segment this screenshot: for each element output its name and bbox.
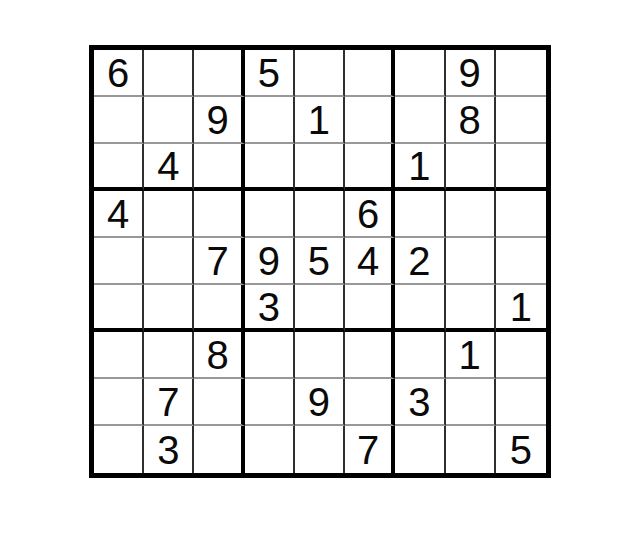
- cell-r5c5[interactable]: 5: [295, 238, 345, 285]
- cell-r2c8[interactable]: 8: [446, 97, 496, 144]
- cell-r2c9[interactable]: [496, 97, 546, 144]
- cell-r4c8[interactable]: [446, 191, 496, 238]
- cell-r4c7[interactable]: [395, 191, 445, 238]
- cell-r5c6[interactable]: 4: [345, 238, 395, 285]
- cell-r8c8[interactable]: [446, 379, 496, 426]
- cell-r7c4[interactable]: [245, 332, 295, 379]
- page: 6599184146795423181793375: [0, 0, 640, 540]
- cell-r3c8[interactable]: [446, 144, 496, 191]
- cell-r8c6[interactable]: [345, 379, 395, 426]
- cell-r1c8[interactable]: 9: [446, 50, 496, 97]
- cell-r1c2[interactable]: [144, 50, 194, 97]
- cell-r7c5[interactable]: [295, 332, 345, 379]
- cell-r5c9[interactable]: [496, 238, 546, 285]
- cell-r1c6[interactable]: [345, 50, 395, 97]
- cell-r6c9[interactable]: 1: [496, 285, 546, 332]
- cell-r2c6[interactable]: [345, 97, 395, 144]
- cell-r6c6[interactable]: [345, 285, 395, 332]
- cell-r5c8[interactable]: [446, 238, 496, 285]
- cell-r8c7[interactable]: 3: [395, 379, 445, 426]
- cell-r5c7[interactable]: 2: [395, 238, 445, 285]
- cell-r8c9[interactable]: [496, 379, 546, 426]
- cell-r2c3[interactable]: 9: [194, 97, 244, 144]
- cell-r8c3[interactable]: [194, 379, 244, 426]
- cell-r5c2[interactable]: [144, 238, 194, 285]
- cell-r4c4[interactable]: [245, 191, 295, 238]
- cell-r3c4[interactable]: [245, 144, 295, 191]
- cell-r8c1[interactable]: [94, 379, 144, 426]
- cell-r8c2[interactable]: 7: [144, 379, 194, 426]
- cell-r7c7[interactable]: [395, 332, 445, 379]
- cell-r4c3[interactable]: [194, 191, 244, 238]
- cell-r2c5[interactable]: 1: [295, 97, 345, 144]
- cell-r8c5[interactable]: 9: [295, 379, 345, 426]
- cell-r2c2[interactable]: [144, 97, 194, 144]
- cell-r7c9[interactable]: [496, 332, 546, 379]
- cell-r6c8[interactable]: [446, 285, 496, 332]
- cell-r9c4[interactable]: [245, 426, 295, 473]
- cell-r5c3[interactable]: 7: [194, 238, 244, 285]
- sudoku-board: 6599184146795423181793375: [89, 45, 551, 478]
- cell-r4c6[interactable]: 6: [345, 191, 395, 238]
- cell-r9c6[interactable]: 7: [345, 426, 395, 473]
- cell-r9c2[interactable]: 3: [144, 426, 194, 473]
- cell-r4c5[interactable]: [295, 191, 345, 238]
- cell-r2c4[interactable]: [245, 97, 295, 144]
- cell-r7c1[interactable]: [94, 332, 144, 379]
- cell-r9c8[interactable]: [446, 426, 496, 473]
- cell-r5c4[interactable]: 9: [245, 238, 295, 285]
- cell-r3c1[interactable]: [94, 144, 144, 191]
- cell-r6c2[interactable]: [144, 285, 194, 332]
- cell-r3c6[interactable]: [345, 144, 395, 191]
- cell-r6c1[interactable]: [94, 285, 144, 332]
- cell-r7c6[interactable]: [345, 332, 395, 379]
- cell-r4c1[interactable]: 4: [94, 191, 144, 238]
- cell-r3c7[interactable]: 1: [395, 144, 445, 191]
- cell-r9c5[interactable]: [295, 426, 345, 473]
- cell-r1c7[interactable]: [395, 50, 445, 97]
- cell-r7c2[interactable]: [144, 332, 194, 379]
- cell-r3c5[interactable]: [295, 144, 345, 191]
- cell-r9c1[interactable]: [94, 426, 144, 473]
- cell-r9c3[interactable]: [194, 426, 244, 473]
- cell-r9c9[interactable]: 5: [496, 426, 546, 473]
- cell-r1c3[interactable]: [194, 50, 244, 97]
- cell-r1c1[interactable]: 6: [94, 50, 144, 97]
- cell-r4c9[interactable]: [496, 191, 546, 238]
- cell-r6c7[interactable]: [395, 285, 445, 332]
- cell-r5c1[interactable]: [94, 238, 144, 285]
- cell-r6c3[interactable]: [194, 285, 244, 332]
- cell-r3c2[interactable]: 4: [144, 144, 194, 191]
- cell-r6c4[interactable]: 3: [245, 285, 295, 332]
- cell-r1c4[interactable]: 5: [245, 50, 295, 97]
- cell-r1c9[interactable]: [496, 50, 546, 97]
- cell-r8c4[interactable]: [245, 379, 295, 426]
- cell-r7c8[interactable]: 1: [446, 332, 496, 379]
- cell-r3c3[interactable]: [194, 144, 244, 191]
- cell-r4c2[interactable]: [144, 191, 194, 238]
- cell-r3c9[interactable]: [496, 144, 546, 191]
- cell-r6c5[interactable]: [295, 285, 345, 332]
- cell-r9c7[interactable]: [395, 426, 445, 473]
- cell-r2c1[interactable]: [94, 97, 144, 144]
- cell-r1c5[interactable]: [295, 50, 345, 97]
- cell-r7c3[interactable]: 8: [194, 332, 244, 379]
- cell-r2c7[interactable]: [395, 97, 445, 144]
